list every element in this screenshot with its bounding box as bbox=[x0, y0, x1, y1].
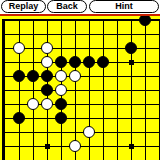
grid-line bbox=[2, 76, 160, 77]
grid-line bbox=[2, 19, 160, 21]
grid-line bbox=[2, 146, 160, 147]
white-stone bbox=[27, 98, 39, 110]
star-point bbox=[129, 60, 134, 65]
white-stone bbox=[13, 42, 25, 54]
black-stone bbox=[83, 56, 95, 68]
black-stone bbox=[97, 56, 109, 68]
grid-line bbox=[2, 132, 160, 133]
grid-line bbox=[2, 118, 160, 119]
white-stone bbox=[55, 84, 67, 96]
white-stone bbox=[41, 98, 53, 110]
black-stone bbox=[41, 70, 53, 82]
star-point bbox=[45, 144, 50, 149]
hint-button[interactable]: Hint bbox=[89, 0, 159, 13]
black-stone bbox=[13, 70, 25, 82]
black-stone bbox=[125, 42, 137, 54]
back-button[interactable]: Back bbox=[47, 0, 87, 13]
black-stone bbox=[27, 70, 39, 82]
white-stone bbox=[55, 70, 67, 82]
grid-line bbox=[2, 104, 160, 105]
black-stone bbox=[13, 112, 25, 124]
white-stone bbox=[69, 70, 81, 82]
grid-line bbox=[2, 34, 160, 35]
black-stone bbox=[55, 98, 67, 110]
white-stone bbox=[69, 140, 81, 152]
white-stone bbox=[83, 126, 95, 138]
black-stone bbox=[55, 56, 67, 68]
black-stone bbox=[41, 84, 53, 96]
black-stone bbox=[69, 56, 81, 68]
black-stone bbox=[55, 112, 67, 124]
grid-line bbox=[2, 62, 160, 63]
white-stone bbox=[41, 56, 53, 68]
grid-line bbox=[2, 90, 160, 91]
replay-button[interactable]: Replay bbox=[1, 0, 46, 13]
black-stone bbox=[139, 16, 151, 26]
star-point bbox=[129, 144, 134, 149]
toolbar: Replay Back Hint bbox=[0, 0, 160, 14]
white-stone bbox=[41, 42, 53, 54]
go-board[interactable] bbox=[0, 16, 160, 160]
